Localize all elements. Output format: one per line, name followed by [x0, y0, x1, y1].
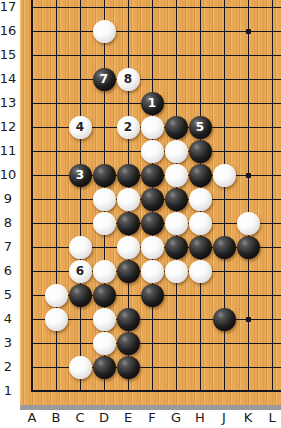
row-label-13: 13 [0, 94, 17, 112]
black-stone-C10[interactable]: 3 [69, 164, 92, 187]
black-stone-G9[interactable] [165, 188, 188, 211]
white-stone-B5[interactable] [45, 284, 68, 307]
black-stone-F8[interactable] [141, 212, 164, 235]
black-stone-D14[interactable]: 7 [93, 68, 116, 91]
white-stone-F12[interactable] [141, 116, 164, 139]
move-number-6: 6 [76, 265, 84, 277]
go-diagram: 1716151413121110987654321ABCDEFGHJKL 715… [0, 0, 281, 428]
row-label-10: 10 [0, 166, 17, 184]
row-label-9: 9 [0, 190, 17, 208]
col-label-D: D [95, 409, 113, 427]
star-point-K16 [246, 29, 251, 34]
white-stone-H9[interactable] [189, 188, 212, 211]
col-label-H: H [191, 409, 209, 427]
col-label-E: E [119, 409, 137, 427]
black-stone-E2[interactable] [117, 356, 140, 379]
white-stone-D8[interactable] [93, 212, 116, 235]
move-number-4: 4 [76, 121, 84, 133]
black-stone-D2[interactable] [93, 356, 116, 379]
white-stone-J10[interactable] [213, 164, 236, 187]
white-stone-E7[interactable] [117, 236, 140, 259]
black-stone-J7[interactable] [213, 236, 236, 259]
black-stone-J4[interactable] [213, 308, 236, 331]
black-stone-G12[interactable] [165, 116, 188, 139]
grid-hline-15 [31, 55, 281, 56]
white-stone-F11[interactable] [141, 140, 164, 163]
star-point-K4 [246, 317, 251, 322]
row-label-15: 15 [0, 46, 17, 64]
white-stone-F6[interactable] [141, 260, 164, 283]
white-stone-F7[interactable] [141, 236, 164, 259]
white-stone-H6[interactable] [189, 260, 212, 283]
move-number-3: 3 [76, 169, 84, 181]
row-label-7: 7 [0, 238, 17, 256]
move-number-5: 5 [196, 121, 204, 133]
row-label-8: 8 [0, 214, 17, 232]
white-stone-D6[interactable] [93, 260, 116, 283]
move-number-7: 7 [100, 73, 108, 85]
row-label-4: 4 [0, 310, 17, 328]
grid-vline-C [80, 0, 81, 392]
white-stone-G11[interactable] [165, 140, 188, 163]
move-number-2: 2 [124, 121, 132, 133]
white-stone-C12[interactable]: 4 [69, 116, 92, 139]
row-label-16: 16 [0, 22, 17, 40]
white-stone-C7[interactable] [69, 236, 92, 259]
black-stone-E6[interactable] [117, 260, 140, 283]
white-stone-G10[interactable] [165, 164, 188, 187]
grid-vline-K [248, 0, 249, 392]
white-stone-C2[interactable] [69, 356, 92, 379]
black-stone-E8[interactable] [117, 212, 140, 235]
white-stone-G8[interactable] [165, 212, 188, 235]
move-number-8: 8 [124, 73, 132, 85]
white-stone-D3[interactable] [93, 332, 116, 355]
grid-hline-17 [31, 7, 281, 8]
col-label-K: K [239, 409, 257, 427]
white-stone-E14[interactable]: 8 [117, 68, 140, 91]
row-label-17: 17 [0, 0, 17, 16]
grid-vline-A [31, 0, 33, 392]
black-stone-E4[interactable] [117, 308, 140, 331]
black-stone-E3[interactable] [117, 332, 140, 355]
grid-hline-4 [31, 319, 281, 320]
star-point-K10 [246, 173, 251, 178]
white-stone-E9[interactable] [117, 188, 140, 211]
grid-hline-16 [31, 31, 281, 32]
grid-vline-L [272, 0, 273, 392]
col-label-F: F [143, 409, 161, 427]
grid-hline-3 [31, 343, 281, 344]
col-label-J: J [215, 409, 233, 427]
col-label-B: B [47, 409, 65, 427]
white-stone-H8[interactable] [189, 212, 212, 235]
white-stone-B4[interactable] [45, 308, 68, 331]
black-stone-F9[interactable] [141, 188, 164, 211]
white-stone-G6[interactable] [165, 260, 188, 283]
black-stone-F10[interactable] [141, 164, 164, 187]
white-stone-C6[interactable]: 6 [69, 260, 92, 283]
black-stone-H7[interactable] [189, 236, 212, 259]
col-label-G: G [167, 409, 185, 427]
black-stone-K7[interactable] [237, 236, 260, 259]
black-stone-D5[interactable] [93, 284, 116, 307]
black-stone-F5[interactable] [141, 284, 164, 307]
white-stone-D4[interactable] [93, 308, 116, 331]
row-label-3: 3 [0, 334, 17, 352]
col-label-A: A [23, 409, 41, 427]
white-stone-E12[interactable]: 2 [117, 116, 140, 139]
grid-vline-B [56, 0, 57, 392]
row-label-14: 14 [0, 70, 17, 88]
black-stone-H10[interactable] [189, 164, 212, 187]
grid-hline-1 [31, 390, 281, 392]
black-stone-G7[interactable] [165, 236, 188, 259]
row-label-6: 6 [0, 262, 17, 280]
grid-hline-14 [31, 79, 281, 80]
black-stone-H12[interactable]: 5 [189, 116, 212, 139]
grid-vline-J [224, 0, 225, 392]
white-stone-D9[interactable] [93, 188, 116, 211]
move-number-1: 1 [148, 97, 156, 109]
row-label-11: 11 [0, 142, 17, 160]
col-label-L: L [263, 409, 281, 427]
row-label-5: 5 [0, 286, 17, 304]
row-label-1: 1 [0, 382, 17, 400]
row-label-12: 12 [0, 118, 17, 136]
black-stone-H11[interactable] [189, 140, 212, 163]
black-stone-F13[interactable]: 1 [141, 92, 164, 115]
black-stone-E10[interactable] [117, 164, 140, 187]
col-label-C: C [71, 409, 89, 427]
black-stone-C5[interactable] [69, 284, 92, 307]
white-stone-K8[interactable] [237, 212, 260, 235]
row-label-2: 2 [0, 358, 17, 376]
black-stone-D10[interactable] [93, 164, 116, 187]
white-stone-D16[interactable] [93, 20, 116, 43]
